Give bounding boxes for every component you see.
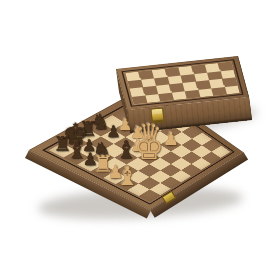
chess-piece-light-bishop: ♝	[114, 163, 140, 189]
chess-set-product-photo: ♜♚♜♞♝♟♟♟♞♝♟♟♟♛♚♟♜♟♝	[0, 0, 280, 280]
chess-piece-light-king: ♚	[133, 131, 166, 164]
chess-pieces-layer: ♜♚♜♞♝♟♟♟♞♝♟♟♟♛♚♟♜♟♝	[0, 0, 280, 280]
